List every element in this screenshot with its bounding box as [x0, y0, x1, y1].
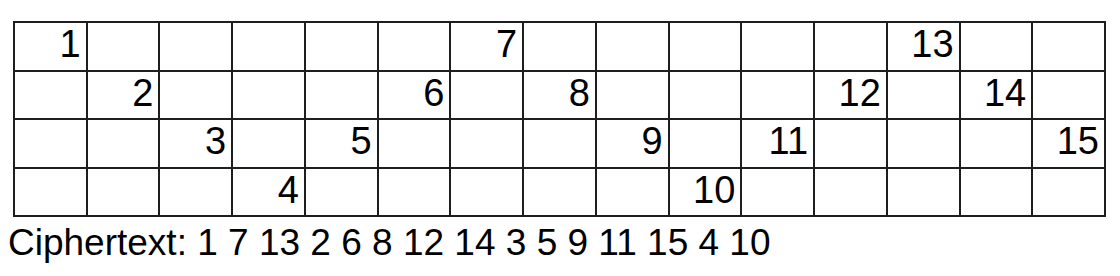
grid-cell-r2c12: 12: [815, 72, 886, 119]
grid-cell-r3c11: 11: [742, 120, 813, 167]
grid-cell-r4c15: [1033, 169, 1104, 216]
grid-cell-r1c6: [379, 23, 450, 70]
ciphertext-caption: Ciphertext: 1 7 13 2 6 8 12 14 3 5 9 11 …: [8, 222, 771, 264]
grid-cell-r2c8: 8: [524, 72, 595, 119]
grid-cell-r2c10: [670, 72, 741, 119]
grid-cell-r4c13: [888, 169, 959, 216]
rail-fence-cipher-grid: 171326812143591115410: [13, 21, 1106, 217]
grid-cell-r3c4: [233, 120, 304, 167]
grid-cell-r3c14: [961, 120, 1032, 167]
grid-cell-r2c1: [15, 72, 86, 119]
grid-cell-r1c9: [597, 23, 668, 70]
grid-cell-r2c3: [160, 72, 231, 119]
grid-cell-r1c8: [524, 23, 595, 70]
grid-cell-r2c2: 2: [88, 72, 159, 119]
grid-cell-r2c5: [306, 72, 377, 119]
grid-cell-r4c10: 10: [670, 169, 741, 216]
grid-cell-r1c10: [670, 23, 741, 70]
grid-cell-r3c5: 5: [306, 120, 377, 167]
grid-cell-r3c9: 9: [597, 120, 668, 167]
grid-cell-r2c14: 14: [961, 72, 1032, 119]
grid-cell-r1c7: 7: [451, 23, 522, 70]
grid-cell-r4c12: [815, 169, 886, 216]
grid-cell-r1c3: [160, 23, 231, 70]
grid-cell-r4c4: 4: [233, 169, 304, 216]
grid-cell-r2c6: 6: [379, 72, 450, 119]
grid-cell-r1c13: 13: [888, 23, 959, 70]
grid-cell-r3c6: [379, 120, 450, 167]
grid-cell-r1c2: [88, 23, 159, 70]
grid-cell-r3c2: [88, 120, 159, 167]
grid-cell-r3c13: [888, 120, 959, 167]
grid-cell-r1c11: [742, 23, 813, 70]
grid-cell-r2c4: [233, 72, 304, 119]
grid-cell-r1c12: [815, 23, 886, 70]
grid-cell-r4c7: [451, 169, 522, 216]
grid-cell-r4c6: [379, 169, 450, 216]
grid-cell-r2c13: [888, 72, 959, 119]
grid-cell-r2c7: [451, 72, 522, 119]
grid-cell-r4c8: [524, 169, 595, 216]
grid-cell-r3c3: 3: [160, 120, 231, 167]
ciphertext-sequence: 1 7 13 2 6 8 12 14 3 5 9 11 15 4 10: [197, 222, 770, 263]
grid-cell-r4c3: [160, 169, 231, 216]
grid-cell-r2c11: [742, 72, 813, 119]
grid-cell-r2c9: [597, 72, 668, 119]
grid-cell-r4c14: [961, 169, 1032, 216]
grid-cell-r1c5: [306, 23, 377, 70]
grid-cell-r3c12: [815, 120, 886, 167]
grid-cell-r4c5: [306, 169, 377, 216]
grid-cell-r3c8: [524, 120, 595, 167]
grid-cell-r4c2: [88, 169, 159, 216]
grid-cell-r1c15: [1033, 23, 1104, 70]
grid-cell-r3c10: [670, 120, 741, 167]
grid-cell-r1c1: 1: [15, 23, 86, 70]
grid-cell-r2c15: [1033, 72, 1104, 119]
grid-cell-r4c11: [742, 169, 813, 216]
grid-cell-r4c1: [15, 169, 86, 216]
ciphertext-label: Ciphertext:: [8, 222, 187, 263]
grid-cell-r3c1: [15, 120, 86, 167]
grid-cell-r4c9: [597, 169, 668, 216]
grid-cell-r3c7: [451, 120, 522, 167]
grid-cell-r3c15: 15: [1033, 120, 1104, 167]
grid-cell-r1c14: [961, 23, 1032, 70]
grid-cell-r1c4: [233, 23, 304, 70]
